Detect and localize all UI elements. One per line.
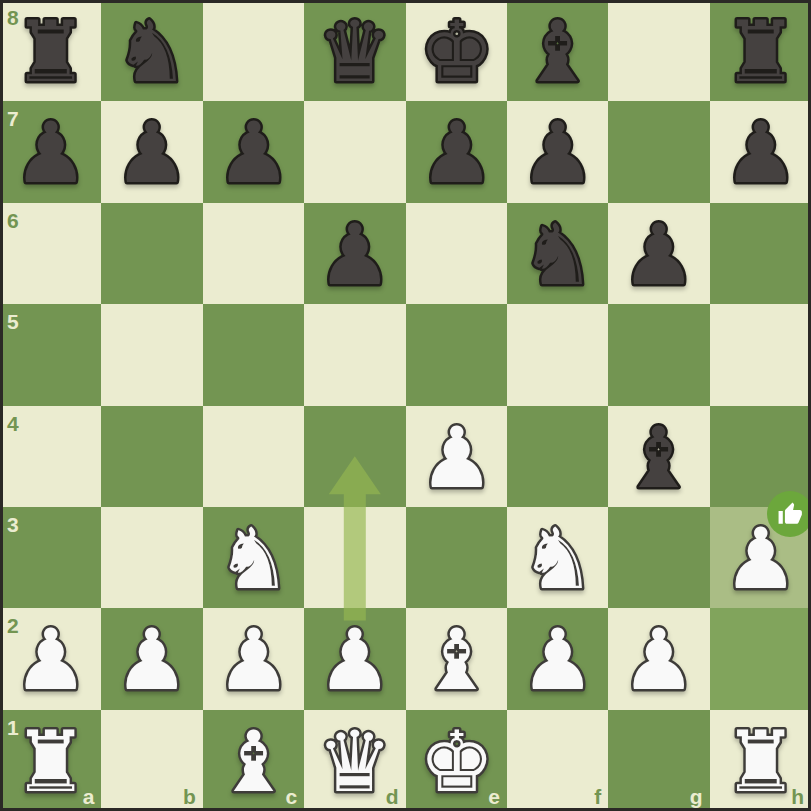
square-e3[interactable] (406, 507, 507, 608)
piece-white-queen-d1[interactable]: ♛ (304, 710, 405, 811)
svg-text:♞: ♞ (520, 206, 596, 304)
square-h7[interactable]: ♟ (710, 101, 811, 202)
svg-text:♟: ♟ (13, 611, 89, 709)
square-f3[interactable]: ♞ (507, 507, 608, 608)
rank-label-5: 5 (7, 311, 19, 332)
square-g6[interactable]: ♟ (608, 203, 709, 304)
svg-text:♟: ♟ (418, 105, 494, 203)
rank-label-6: 6 (7, 210, 19, 231)
square-h8[interactable]: ♜ (710, 0, 811, 101)
piece-white-rook-h1[interactable]: ♜ (710, 710, 811, 811)
square-e2[interactable]: ♝ (406, 608, 507, 709)
square-f6[interactable]: ♞ (507, 203, 608, 304)
square-g4[interactable]: ♝ (608, 406, 709, 507)
square-b1[interactable]: b (101, 710, 202, 811)
square-g5[interactable] (608, 304, 709, 405)
square-a3[interactable]: 3 (0, 507, 101, 608)
piece-white-pawn-h3[interactable]: ♟ (710, 507, 811, 608)
svg-text:♜: ♜ (723, 713, 799, 811)
square-h2[interactable] (710, 608, 811, 709)
piece-white-knight-f3[interactable]: ♞ (507, 507, 608, 608)
square-d4[interactable] (304, 406, 405, 507)
square-d6[interactable]: ♟ (304, 203, 405, 304)
chess-board: 8♜♞♛♚♝♜7♟♟♟♟♟♟6♟♞♟54♟♝3♞♞♟2♟♟♟♟♝♟♟1a♜bc♝… (0, 0, 811, 811)
piece-black-pawn-f7[interactable]: ♟ (507, 101, 608, 202)
square-c5[interactable] (203, 304, 304, 405)
square-e4[interactable]: ♟ (406, 406, 507, 507)
square-h3[interactable]: ♟ (710, 507, 811, 608)
square-a1[interactable]: 1a♜ (0, 710, 101, 811)
svg-text:♛: ♛ (317, 713, 393, 811)
square-g2[interactable]: ♟ (608, 608, 709, 709)
square-h1[interactable]: h♜ (710, 710, 811, 811)
piece-white-pawn-c2[interactable]: ♟ (203, 608, 304, 709)
square-e5[interactable] (406, 304, 507, 405)
svg-text:♟: ♟ (723, 510, 799, 608)
square-b4[interactable] (101, 406, 202, 507)
square-d8[interactable]: ♛ (304, 0, 405, 101)
rank-label-3: 3 (7, 514, 19, 535)
piece-black-bishop-g4[interactable]: ♝ (608, 406, 709, 507)
piece-black-pawn-h7[interactable]: ♟ (710, 101, 811, 202)
square-d5[interactable] (304, 304, 405, 405)
piece-black-pawn-b7[interactable]: ♟ (101, 101, 202, 202)
piece-black-pawn-a7[interactable]: ♟ (0, 101, 101, 202)
square-b5[interactable] (101, 304, 202, 405)
file-label-b: b (183, 786, 196, 807)
square-h5[interactable] (710, 304, 811, 405)
square-d1[interactable]: d♛ (304, 710, 405, 811)
square-e1[interactable]: e♚ (406, 710, 507, 811)
svg-text:♚: ♚ (418, 713, 494, 811)
square-g1[interactable]: g (608, 710, 709, 811)
square-c7[interactable]: ♟ (203, 101, 304, 202)
piece-black-pawn-g6[interactable]: ♟ (608, 203, 709, 304)
square-c6[interactable] (203, 203, 304, 304)
square-e7[interactable]: ♟ (406, 101, 507, 202)
svg-text:♛: ♛ (317, 3, 393, 101)
svg-text:♟: ♟ (418, 409, 494, 507)
piece-white-pawn-a2[interactable]: ♟ (0, 608, 101, 709)
svg-text:♟: ♟ (317, 611, 393, 709)
svg-text:♟: ♟ (216, 105, 292, 203)
square-c1[interactable]: c♝ (203, 710, 304, 811)
square-f5[interactable] (507, 304, 608, 405)
svg-text:♜: ♜ (13, 3, 89, 101)
square-a7[interactable]: 7♟ (0, 101, 101, 202)
file-label-f: f (594, 786, 601, 807)
square-c2[interactable]: ♟ (203, 608, 304, 709)
piece-white-pawn-d2[interactable]: ♟ (304, 608, 405, 709)
square-c4[interactable] (203, 406, 304, 507)
board-squares: 8♜♞♛♚♝♜7♟♟♟♟♟♟6♟♞♟54♟♝3♞♞♟2♟♟♟♟♝♟♟1a♜bc♝… (0, 0, 811, 811)
svg-text:♞: ♞ (520, 510, 596, 608)
piece-black-pawn-c7[interactable]: ♟ (203, 101, 304, 202)
square-f4[interactable] (507, 406, 608, 507)
piece-white-bishop-c1[interactable]: ♝ (203, 710, 304, 811)
svg-text:♟: ♟ (621, 206, 697, 304)
piece-white-pawn-f2[interactable]: ♟ (507, 608, 608, 709)
square-a8[interactable]: 8♜ (0, 0, 101, 101)
piece-black-king-e8[interactable]: ♚ (406, 0, 507, 101)
piece-black-pawn-e7[interactable]: ♟ (406, 101, 507, 202)
piece-black-knight-f6[interactable]: ♞ (507, 203, 608, 304)
piece-white-rook-a1[interactable]: ♜ (0, 710, 101, 811)
square-d2[interactable]: ♟ (304, 608, 405, 709)
svg-text:♟: ♟ (13, 105, 89, 203)
square-g3[interactable] (608, 507, 709, 608)
svg-text:♚: ♚ (418, 3, 494, 101)
piece-white-pawn-e4[interactable]: ♟ (406, 406, 507, 507)
piece-black-rook-h8[interactable]: ♜ (710, 0, 811, 101)
svg-text:♝: ♝ (621, 409, 697, 507)
square-g8[interactable] (608, 0, 709, 101)
square-g7[interactable] (608, 101, 709, 202)
piece-black-knight-b8[interactable]: ♞ (101, 0, 202, 101)
square-b7[interactable]: ♟ (101, 101, 202, 202)
svg-text:♟: ♟ (114, 105, 190, 203)
svg-text:♜: ♜ (13, 713, 89, 811)
square-b6[interactable] (101, 203, 202, 304)
svg-text:♟: ♟ (520, 105, 596, 203)
square-c8[interactable] (203, 0, 304, 101)
square-e8[interactable]: ♚ (406, 0, 507, 101)
piece-white-king-e1[interactable]: ♚ (406, 710, 507, 811)
file-label-g: g (690, 786, 703, 807)
svg-text:♟: ♟ (723, 105, 799, 203)
square-a5[interactable]: 5 (0, 304, 101, 405)
square-f8[interactable]: ♝ (507, 0, 608, 101)
piece-white-pawn-g2[interactable]: ♟ (608, 608, 709, 709)
rank-label-4: 4 (7, 413, 19, 434)
svg-text:♝: ♝ (216, 713, 292, 811)
svg-text:♟: ♟ (114, 611, 190, 709)
piece-white-pawn-b2[interactable]: ♟ (101, 608, 202, 709)
svg-text:♞: ♞ (216, 510, 292, 608)
square-a2[interactable]: 2♟ (0, 608, 101, 709)
svg-text:♟: ♟ (216, 611, 292, 709)
piece-black-bishop-f8[interactable]: ♝ (507, 0, 608, 101)
square-b8[interactable]: ♞ (101, 0, 202, 101)
square-a4[interactable]: 4 (0, 406, 101, 507)
svg-text:♟: ♟ (520, 611, 596, 709)
svg-text:♟: ♟ (621, 611, 697, 709)
svg-text:♜: ♜ (723, 3, 799, 101)
svg-text:♟: ♟ (317, 206, 393, 304)
svg-text:♞: ♞ (114, 3, 190, 101)
square-a6[interactable]: 6 (0, 203, 101, 304)
square-d7[interactable] (304, 101, 405, 202)
svg-text:♝: ♝ (520, 3, 596, 101)
square-b2[interactable]: ♟ (101, 608, 202, 709)
square-c3[interactable]: ♞ (203, 507, 304, 608)
square-h4[interactable] (710, 406, 811, 507)
piece-white-knight-c3[interactable]: ♞ (203, 507, 304, 608)
piece-black-queen-d8[interactable]: ♛ (304, 0, 405, 101)
square-d3[interactable] (304, 507, 405, 608)
piece-black-pawn-d6[interactable]: ♟ (304, 203, 405, 304)
square-h6[interactable] (710, 203, 811, 304)
square-f7[interactable]: ♟ (507, 101, 608, 202)
svg-text:♝: ♝ (418, 611, 494, 709)
square-b3[interactable] (101, 507, 202, 608)
square-f2[interactable]: ♟ (507, 608, 608, 709)
piece-black-rook-a8[interactable]: ♜ (0, 0, 101, 101)
piece-white-bishop-e2[interactable]: ♝ (406, 608, 507, 709)
square-f1[interactable]: f (507, 710, 608, 811)
square-e6[interactable] (406, 203, 507, 304)
